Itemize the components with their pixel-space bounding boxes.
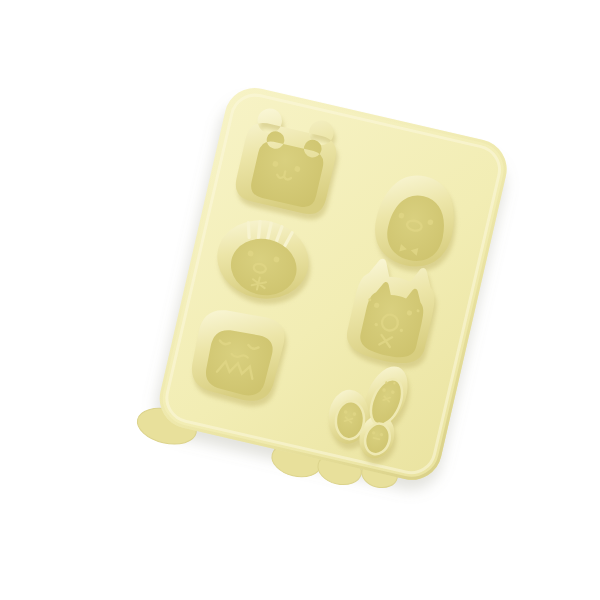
mold-tray [133,78,514,507]
product-photo [0,0,600,600]
mold-illustration [0,0,600,600]
